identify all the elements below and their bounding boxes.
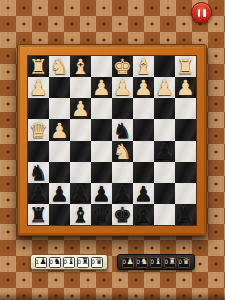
captured-count: 0	[49, 259, 53, 265]
square-e2[interactable]: ♟	[112, 77, 133, 98]
captured-counter-bishop: 0♝	[63, 257, 75, 268]
square-h8[interactable]: ♜	[175, 204, 196, 225]
white-pawn[interactable]: ♟	[133, 77, 154, 100]
square-h7[interactable]	[175, 183, 196, 204]
captured-counter-pawn: 1♟	[35, 257, 47, 268]
black-bishop[interactable]: ♝	[133, 204, 154, 227]
captured-count: 0	[178, 259, 182, 265]
captured-piece-icon: ♜	[82, 258, 89, 266]
captured-piece-icon: ♞	[54, 258, 61, 266]
square-e6[interactable]	[112, 162, 133, 183]
white-pawn[interactable]: ♟	[91, 77, 112, 100]
square-a7[interactable]: ♟	[28, 183, 49, 204]
square-e3[interactable]	[112, 98, 133, 119]
captured-count: 0	[63, 259, 67, 265]
square-a1[interactable]: ♜	[28, 56, 49, 77]
captured-count: 0	[122, 259, 126, 265]
square-b8[interactable]	[49, 204, 70, 225]
square-g2[interactable]: ♟	[154, 77, 175, 98]
square-f3[interactable]	[133, 98, 154, 119]
black-bishop[interactable]: ♝	[70, 204, 91, 227]
square-e8[interactable]: ♚	[112, 204, 133, 225]
square-f7[interactable]: ♟	[133, 183, 154, 204]
square-d2[interactable]: ♟	[91, 77, 112, 98]
square-d7[interactable]: ♟	[91, 183, 112, 204]
white-queen[interactable]: ♛	[28, 120, 49, 143]
white-knight[interactable]: ♞	[49, 56, 70, 79]
captured-count: 0	[150, 259, 154, 265]
square-e7[interactable]: ♟	[112, 183, 133, 204]
captured-piece-icon: ♝	[68, 258, 75, 266]
captured-counter-queen: 0♛	[91, 257, 103, 268]
white-pawn[interactable]: ♟	[28, 77, 49, 100]
square-b3[interactable]	[49, 98, 70, 119]
square-h4[interactable]	[175, 119, 196, 140]
captured-counter-queen: 0♛	[178, 257, 190, 268]
square-b4[interactable]: ♟	[49, 119, 70, 140]
pause-icon	[198, 9, 201, 17]
square-h6[interactable]	[175, 162, 196, 183]
square-a8[interactable]: ♜	[28, 204, 49, 225]
white-pawn[interactable]: ♟	[154, 77, 175, 100]
pause-icon	[203, 9, 206, 17]
square-e1[interactable]: ♚	[112, 56, 133, 77]
square-c2[interactable]	[70, 77, 91, 98]
square-b5[interactable]	[49, 141, 70, 162]
captured-counter-pawn: 0♟	[122, 257, 134, 268]
captured-counter-rook: 0♜	[77, 257, 89, 268]
square-f4[interactable]	[133, 119, 154, 140]
square-d3[interactable]	[91, 98, 112, 119]
captured-piece-icon: ♞	[141, 258, 148, 266]
square-c7[interactable]: ♟	[70, 183, 91, 204]
captured-count: 0	[164, 259, 168, 265]
captured-piece-icon: ♟	[127, 258, 134, 266]
square-f2[interactable]: ♟	[133, 77, 154, 98]
square-h1[interactable]: ♜	[175, 56, 196, 77]
square-d4[interactable]	[91, 119, 112, 140]
square-b2[interactable]	[49, 77, 70, 98]
square-d6[interactable]	[91, 162, 112, 183]
captured-piece-icon: ♟	[40, 258, 47, 266]
captured-counter-knight: 0♞	[136, 257, 148, 268]
square-g7[interactable]	[154, 183, 175, 204]
square-a5[interactable]	[28, 141, 49, 162]
square-b6[interactable]	[49, 162, 70, 183]
square-c1[interactable]: ♝	[70, 56, 91, 77]
chess-board-frame: ♜♞♝♚♝♜♟♟♟♟♟♟♟♛♟♞♞♟♞♟♟♟♟♟♟♜♝♛♚♝♜	[17, 44, 207, 236]
white-pawn[interactable]: ♟	[175, 77, 196, 100]
captured-piece-icon: ♛	[96, 258, 103, 266]
captured-piece-icon: ♛	[183, 258, 190, 266]
square-e4[interactable]: ♞	[112, 119, 133, 140]
white-pawn[interactable]: ♟	[49, 120, 70, 143]
square-c8[interactable]: ♝	[70, 204, 91, 225]
white-bishop[interactable]: ♝	[70, 56, 91, 79]
square-g5[interactable]: ♟	[154, 141, 175, 162]
captured-count: 0	[91, 259, 95, 265]
square-c3[interactable]: ♟	[70, 98, 91, 119]
chess-board: ♜♞♝♚♝♜♟♟♟♟♟♟♟♛♟♞♞♟♞♟♟♟♟♟♟♜♝♛♚♝♜	[28, 56, 196, 225]
captured-counter-rook: 0♜	[164, 257, 176, 268]
captured-counter-bishop: 0♝	[150, 257, 162, 268]
square-f5[interactable]	[133, 141, 154, 162]
captured-black-pieces-tray: 1♟0♞0♝0♜0♛	[30, 254, 108, 270]
black-rook[interactable]: ♜	[28, 204, 49, 227]
square-h3[interactable]	[175, 98, 196, 119]
square-b1[interactable]: ♞	[49, 56, 70, 77]
square-g6[interactable]	[154, 162, 175, 183]
square-g1[interactable]	[154, 56, 175, 77]
black-pawn[interactable]: ♟	[49, 183, 70, 206]
square-f6[interactable]	[133, 162, 154, 183]
square-c6[interactable]	[70, 162, 91, 183]
square-e5[interactable]: ♞	[112, 141, 133, 162]
black-rook[interactable]: ♜	[175, 204, 196, 227]
captured-count: 0	[136, 259, 140, 265]
white-knight[interactable]: ♞	[112, 141, 133, 164]
pause-button[interactable]	[191, 2, 212, 23]
captured-white-pieces-tray: 0♟0♞0♝0♜0♛	[117, 254, 195, 270]
square-f1[interactable]: ♝	[133, 56, 154, 77]
square-c5[interactable]	[70, 141, 91, 162]
black-king[interactable]: ♚	[112, 204, 133, 227]
captured-count: 0	[77, 259, 81, 265]
white-pawn[interactable]: ♟	[112, 77, 133, 100]
square-b7[interactable]: ♟	[49, 183, 70, 204]
captured-piece-icon: ♝	[155, 258, 162, 266]
game-screen: ♜♞♝♚♝♜♟♟♟♟♟♟♟♛♟♞♞♟♞♟♟♟♟♟♟♜♝♛♚♝♜ 1♟0♞0♝0♜…	[0, 0, 225, 300]
square-a6[interactable]: ♞	[28, 162, 49, 183]
black-pawn[interactable]: ♟	[154, 141, 175, 164]
square-h2[interactable]: ♟	[175, 77, 196, 98]
bottom-shadow	[0, 292, 225, 300]
captured-count: 1	[35, 259, 39, 265]
square-h5[interactable]	[175, 141, 196, 162]
square-g4[interactable]	[154, 119, 175, 140]
square-a2[interactable]: ♟	[28, 77, 49, 98]
square-a4[interactable]: ♛	[28, 119, 49, 140]
captured-counter-knight: 0♞	[49, 257, 61, 268]
square-a3[interactable]	[28, 98, 49, 119]
square-d8[interactable]: ♛	[91, 204, 112, 225]
square-c4[interactable]	[70, 119, 91, 140]
captured-piece-icon: ♜	[169, 258, 176, 266]
square-d5[interactable]	[91, 141, 112, 162]
white-pawn[interactable]: ♟	[70, 98, 91, 121]
square-g8[interactable]	[154, 204, 175, 225]
square-g3[interactable]	[154, 98, 175, 119]
black-queen[interactable]: ♛	[91, 204, 112, 227]
square-f8[interactable]: ♝	[133, 204, 154, 225]
square-d1[interactable]	[91, 56, 112, 77]
